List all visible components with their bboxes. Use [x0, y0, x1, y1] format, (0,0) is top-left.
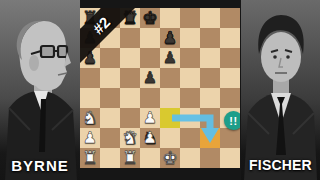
- player-name-left: BYRNE: [0, 154, 80, 176]
- piece-white-pawn-a2: ♟: [80, 128, 100, 148]
- byrne-photo: [0, 0, 80, 180]
- piece-white-rook-a1: ♜: [80, 148, 100, 168]
- piece-black-pawn-e6: ♟: [160, 48, 180, 68]
- fischer-photo: [241, 0, 320, 180]
- brilliant-move-glyph: !!: [229, 115, 237, 127]
- piece-black-pawn-e7: ♟: [160, 28, 180, 48]
- fischer-portrait-illustration: [241, 0, 320, 180]
- piece-white-knight-c2: ♞: [120, 128, 140, 148]
- episode-number: #2: [89, 13, 113, 37]
- piece-black-king-d8: ♚: [140, 8, 160, 28]
- piece-white-rook-c1: ♜: [120, 148, 140, 168]
- piece-white-knight-a3: ♞: [80, 108, 100, 128]
- piece-white-pawn-d2: ♟: [140, 128, 160, 148]
- brilliant-move-badge: !!: [224, 111, 240, 130]
- piece-black-pawn-d5: ♟: [140, 68, 160, 88]
- video-thumbnail[interactable]: BYRNE FISCHER ♜♛♜♚♟♟♝♟♝♟♟♟♝♟♞♟♟♛♞♞♟♜♜♚ !…: [0, 0, 320, 180]
- byrne-portrait-illustration: [0, 0, 80, 180]
- player-name-right: FISCHER: [241, 154, 320, 176]
- chess-board: ♜♛♜♚♟♟♝♟♝♟♟♟♝♟♞♟♟♛♞♞♟♜♜♚ !! #2: [80, 8, 240, 168]
- piece-white-king-e1: ♚: [160, 148, 180, 168]
- piece-white-pawn-d3: ♟: [140, 108, 160, 128]
